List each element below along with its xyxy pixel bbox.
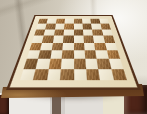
square-c4: [51, 43, 63, 51]
square-c2: [48, 59, 61, 69]
square-h1: [110, 69, 126, 80]
square-e5: [73, 36, 83, 43]
square-e6: [73, 29, 83, 35]
square-c5: [52, 36, 63, 43]
chess-table-photo: [0, 0, 147, 114]
square-b7: [45, 24, 55, 30]
square-a2: [23, 59, 38, 69]
square-d3: [61, 50, 73, 59]
square-a4: [29, 43, 42, 51]
square-e4: [73, 43, 84, 51]
square-c1: [46, 69, 60, 80]
square-f7: [82, 24, 92, 30]
square-h5: [102, 36, 114, 43]
square-e8: [73, 19, 82, 24]
square-f5: [83, 36, 94, 43]
board-grid: [20, 19, 127, 80]
square-e1: [73, 69, 86, 80]
square-g4: [94, 43, 106, 51]
square-g2: [96, 59, 110, 69]
square-f1: [85, 69, 99, 80]
square-h3: [106, 50, 120, 59]
square-d4: [62, 43, 73, 51]
square-b5: [42, 36, 53, 43]
square-b3: [38, 50, 51, 59]
table-leg-middle: [52, 96, 61, 114]
square-g8: [90, 19, 100, 24]
square-d1: [60, 69, 73, 80]
square-e2: [73, 59, 85, 69]
square-d5: [63, 36, 73, 43]
square-f4: [83, 43, 95, 51]
square-c8: [55, 19, 64, 24]
square-f3: [84, 50, 96, 59]
square-d2: [61, 59, 73, 69]
square-b1: [33, 69, 48, 80]
square-d7: [64, 24, 73, 30]
square-c3: [50, 50, 62, 59]
square-f2: [85, 59, 98, 69]
square-e3: [73, 50, 85, 59]
